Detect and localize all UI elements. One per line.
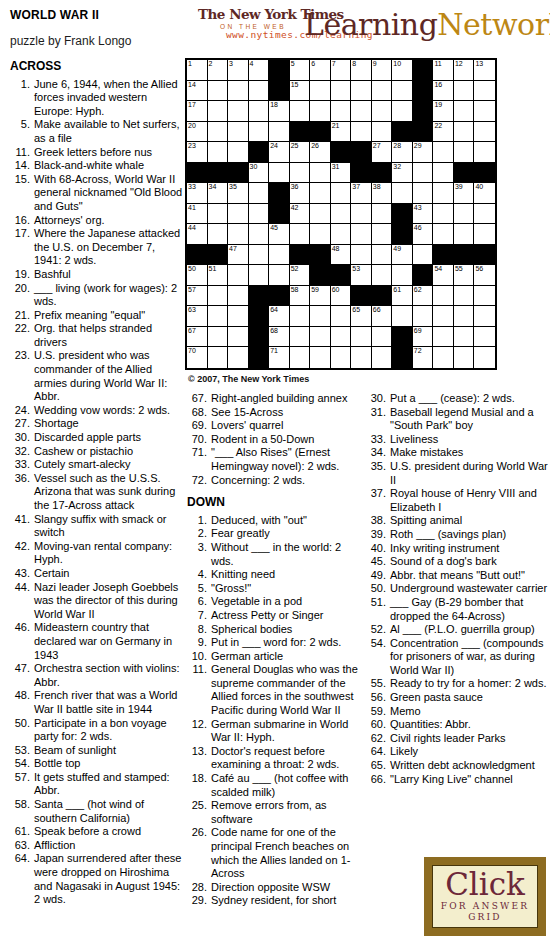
cell-number-34: 34 (209, 183, 217, 191)
black-cell-r4c6 (290, 122, 311, 143)
black-cell-r4c12 (413, 122, 434, 143)
grid-cell-r5c11: 28 (392, 142, 413, 163)
grid-cell-r2c4 (249, 81, 270, 102)
cell-number-49: 49 (393, 245, 401, 253)
clue-down-38: 38.Spitting animal (366, 514, 548, 528)
clue-number: 55. (366, 677, 390, 691)
grid-cell-r3c4 (249, 101, 270, 122)
grid-cell-r2c9 (351, 81, 372, 102)
grid-cell-r2c2 (208, 81, 229, 102)
grid-cell-r3c14 (454, 101, 475, 122)
clue-text: Shortage (34, 417, 183, 431)
clue-text: Vegetable in a pod (211, 595, 365, 609)
clue-text: Speak before a crowd (34, 825, 183, 839)
clue-down-11: 11.General Douglas who was the supreme c… (187, 663, 365, 717)
cell-number-13: 13 (475, 60, 483, 68)
clue-text: Underground wastewater carrier (390, 582, 548, 596)
clue-down-59: 59.Memo (366, 705, 548, 719)
cell-number-4: 4 (250, 60, 254, 68)
clue-text: "___ Also Rises" (Ernest Hemingway novel… (211, 446, 365, 473)
clue-number: 18. (187, 772, 211, 786)
grid-cell-r4c4 (249, 122, 270, 143)
grid-cell-r9c10 (372, 224, 393, 245)
clue-text: German article (211, 650, 365, 664)
across-clues-column: ACROSS 1.June 6, 1944, when the Allied f… (10, 60, 183, 907)
nyt-on-the-web-mark: The New York Times ON THE WEB (198, 6, 308, 30)
clue-number: 70. (187, 433, 211, 447)
grid-cell-r9c13 (433, 224, 454, 245)
clue-down-65: 65.Written debt acknowledgment (366, 759, 548, 773)
clue-number: 9. (187, 636, 211, 650)
clue-number: 12. (187, 718, 211, 732)
clue-down-26: 26.Code name for one of the principal Fr… (187, 826, 365, 880)
clue-text: It gets stuffed and stamped: Abbr. (34, 771, 183, 798)
clue-text: Black-and-white whale (34, 159, 183, 173)
grid-cell-r4c2 (208, 122, 229, 143)
cell-number-57: 57 (188, 286, 196, 294)
clue-number: 46. (10, 621, 34, 635)
grid-cell-r12c1: 57 (187, 286, 208, 307)
black-cell-r12c4 (249, 286, 270, 307)
clue-text: "Larry King Live" channel (390, 773, 548, 787)
black-cell-r10c6 (290, 245, 311, 266)
cell-number-41: 41 (188, 204, 196, 212)
clue-number: 17. (10, 227, 34, 241)
cell-number-50: 50 (188, 265, 196, 273)
grid-cell-r13c10: 66 (372, 306, 393, 327)
grid-cell-r14c14 (454, 327, 475, 348)
clue-text: Participate in a bon voyage party for: 2… (34, 717, 183, 744)
grid-cell-r3c13: 19 (433, 101, 454, 122)
grid-cell-r2c1: 14 (187, 81, 208, 102)
clue-across-36: 36.Vessel such as the U.S.S. Arizona tha… (10, 472, 183, 513)
clue-number: 34. (366, 446, 390, 460)
cell-number-25: 25 (291, 142, 299, 150)
nyt-times-logotype: The New York Times (198, 6, 308, 22)
clue-text: Make mistakes (390, 446, 548, 460)
clue-text: Rodent in a 50-Down (211, 433, 365, 447)
grid-cell-r4c8: 21 (331, 122, 352, 143)
cell-number-19: 19 (434, 101, 442, 109)
down-clue-list-2: 30.Put a ___ (cease): 2 wds.31.Baseball … (366, 392, 548, 786)
clue-number: 45. (366, 555, 390, 569)
clue-number: 11. (10, 146, 34, 160)
cell-number-51: 51 (209, 265, 217, 273)
clue-text: Concerning: 2 wds. (211, 474, 365, 488)
clue-down-12: 12.German submarine in World War II: Hyp… (187, 718, 365, 745)
cell-number-39: 39 (455, 183, 463, 191)
clue-down-50: 50.Underground wastewater carrier (366, 582, 548, 596)
clue-number: 37. (366, 487, 390, 501)
grid-cell-r5c15 (474, 142, 495, 163)
crossword-puzzle-page: WORLD WAR II puzzle by Frank Longo The N… (0, 0, 550, 940)
clue-across-11: 11.Greek letters before nus (10, 146, 183, 160)
grid-cell-r10c10 (372, 245, 393, 266)
grid-cell-r3c10 (372, 101, 393, 122)
grid-cell-r8c8 (331, 204, 352, 225)
cell-number-2: 2 (209, 60, 213, 68)
clue-number: 54. (366, 637, 390, 651)
cell-number-36: 36 (291, 183, 299, 191)
grid-cell-r5c5: 24 (269, 142, 290, 163)
cell-number-30: 30 (250, 163, 258, 171)
clue-text: Org. that helps stranded drivers (34, 322, 183, 349)
clue-text: Make available to Net surfers, as a file (34, 118, 183, 145)
black-cell-r9c11 (392, 224, 413, 245)
copyright-notice: © 2007, The New York Times (188, 374, 309, 384)
cell-number-43: 43 (414, 204, 422, 212)
grid-cell-r6c4: 30 (249, 163, 270, 184)
cell-number-56: 56 (475, 265, 483, 273)
clue-number: 57. (10, 771, 34, 785)
grid-cell-r4c10 (372, 122, 393, 143)
clue-across-16: 16.Attorneys' org. (10, 214, 183, 228)
cell-number-33: 33 (188, 183, 196, 191)
black-cell-r6c1 (187, 163, 208, 184)
clue-number: 42. (10, 540, 34, 554)
clue-number: 28. (187, 881, 211, 895)
answer-grid-button[interactable]: Click FOR ANSWER GRID (424, 857, 546, 936)
grid-cell-r13c8 (331, 306, 352, 327)
cell-number-9: 9 (373, 60, 377, 68)
clue-down-60: 60.Quantities: Abbr. (366, 718, 548, 732)
grid-cell-r15c7 (310, 347, 331, 368)
grid-cell-r6c6 (290, 163, 311, 184)
grid-cell-r7c8 (331, 183, 352, 204)
cell-number-14: 14 (188, 81, 196, 89)
grid-cell-r14c13 (433, 327, 454, 348)
grid-cell-r5c6: 25 (290, 142, 311, 163)
clue-across-63: 63.Affliction (10, 839, 183, 853)
clue-number: 21. (10, 309, 34, 323)
clue-number: 65. (366, 759, 390, 773)
clue-across-67: 67.Right-angled building annex (187, 392, 365, 406)
grid-cell-r15c2 (208, 347, 229, 368)
grid-cell-r7c1: 33 (187, 183, 208, 204)
black-cell-r11c8 (331, 265, 352, 286)
grid-cell-r9c1: 44 (187, 224, 208, 245)
clue-down-9: 9.Put in ___ word for: 2 wds. (187, 636, 365, 650)
logo-network-text: Network (437, 7, 550, 42)
cell-number-10: 10 (393, 60, 401, 68)
grid-cell-r11c14: 55 (454, 265, 475, 286)
grid-cell-r5c13 (433, 142, 454, 163)
clue-number: 50. (366, 582, 390, 596)
clue-across-17: 17.Where the Japanese attacked the U.S. … (10, 227, 183, 268)
grid-cell-r14c6 (290, 327, 311, 348)
cell-number-12: 12 (455, 60, 463, 68)
black-cell-r1c12 (413, 60, 434, 81)
clue-number: 53. (10, 744, 34, 758)
clue-across-21: 21.Prefix meaning "equal" (10, 309, 183, 323)
grid-cell-r9c6 (290, 224, 311, 245)
clue-number: 41. (10, 513, 34, 527)
clue-number: 68. (187, 406, 211, 420)
clue-text: Spherical bodies (211, 623, 365, 637)
grid-cell-r2c10 (372, 81, 393, 102)
grid-cell-r1c8: 7 (331, 60, 352, 81)
grid-cell-r3c8 (331, 101, 352, 122)
clue-across-20: 20.___ living (work for wages): 2 wds. (10, 282, 183, 309)
clue-down-35: 35.U.S. president during World War II (366, 460, 548, 487)
grid-cell-r7c10: 38 (372, 183, 393, 204)
grid-cell-r12c8: 60 (331, 286, 352, 307)
cell-number-46: 46 (414, 224, 422, 232)
clue-down-55: 55.Ready to try for a homer: 2 wds. (366, 677, 548, 691)
clue-number: 33. (366, 433, 390, 447)
grid-cell-r7c13 (433, 183, 454, 204)
clue-number: 31. (366, 406, 390, 420)
clue-number: 30. (366, 392, 390, 406)
clue-number: 40. (366, 542, 390, 556)
grid-cell-r14c2 (208, 327, 229, 348)
clue-number: 10. (187, 650, 211, 664)
clue-down-62: 62.Civil rights leader Parks (366, 732, 548, 746)
grid-cell-r1c13: 11 (433, 60, 454, 81)
grid-cell-r7c2: 34 (208, 183, 229, 204)
grid-cell-r13c5: 64 (269, 306, 290, 327)
grid-cell-r6c12 (413, 163, 434, 184)
clue-down-52: 52.Al ___ (P.L.O. guerrilla group) (366, 623, 548, 637)
grid-cell-r2c7 (310, 81, 331, 102)
cell-number-11: 11 (434, 60, 441, 68)
black-cell-r11c12 (413, 265, 434, 286)
cell-number-62: 62 (414, 286, 422, 294)
grid-cell-r11c1: 50 (187, 265, 208, 286)
grid-cell-r7c12 (413, 183, 434, 204)
grid-cell-r2c8 (331, 81, 352, 102)
clue-down-49: 49.Abbr. that means "Butt out!" (366, 569, 548, 583)
cell-number-40: 40 (475, 183, 483, 191)
grid-cell-r5c2 (208, 142, 229, 163)
black-cell-r5c4 (249, 142, 270, 163)
clue-number: 50. (10, 717, 34, 731)
grid-cell-r9c9 (351, 224, 372, 245)
down-clue-list-1: 1.Deduced, with "out"2.Fear greatly3.Wit… (187, 514, 365, 908)
clue-across-30: 30.Discarded apple parts (10, 431, 183, 445)
clue-down-45: 45.Sound of a dog's bark (366, 555, 548, 569)
grid-cell-r6c13 (433, 163, 454, 184)
grid-cell-r10c4 (249, 245, 270, 266)
black-cell-r2c5 (269, 81, 290, 102)
clue-number: 72. (187, 474, 211, 488)
clue-number: 43. (10, 567, 34, 581)
black-cell-r13c4 (249, 306, 270, 327)
cell-number-68: 68 (270, 327, 278, 335)
clue-text: Remove errors from, as software (211, 799, 365, 826)
cell-number-17: 17 (188, 101, 196, 109)
clue-text: Abbr. that means "Butt out!" (390, 569, 548, 583)
cell-number-54: 54 (434, 265, 442, 273)
grid-cell-r12c15 (474, 286, 495, 307)
clue-number: 26. (187, 826, 211, 840)
clue-across-54: 54.Bottle top (10, 757, 183, 771)
clue-across-33: 33.Cutely smart-alecky (10, 458, 183, 472)
grid-cell-r1c9: 8 (351, 60, 372, 81)
clue-across-22: 22.Org. that helps stranded drivers (10, 322, 183, 349)
grid-cell-r8c13 (433, 204, 454, 225)
clue-text: Prefix meaning "equal" (34, 309, 183, 323)
black-cell-r1c5 (269, 60, 290, 81)
clue-down-37: 37.Royal house of Henry VIII and Elizabe… (366, 487, 548, 514)
grid-cell-r11c10 (372, 265, 393, 286)
black-cell-r5c8 (331, 142, 352, 163)
grid-cell-r2c11 (392, 81, 413, 102)
grid-cell-r3c11 (392, 101, 413, 122)
grid-cell-r9c12: 46 (413, 224, 434, 245)
clue-down-2: 2.Fear greatly (187, 527, 365, 541)
grid-cell-r14c1: 67 (187, 327, 208, 348)
clue-across-53: 53.Beam of sunlight (10, 744, 183, 758)
clue-text: Without ___ in the world: 2 wds. (211, 541, 365, 568)
grid-cell-r3c9 (351, 101, 372, 122)
grid-cell-r10c3: 47 (228, 245, 249, 266)
grid-cell-r14c7 (310, 327, 331, 348)
clue-text: With 68-Across, World War II general nic… (34, 173, 183, 214)
grid-cell-r1c4: 4 (249, 60, 270, 81)
clue-number: 11. (187, 663, 211, 677)
black-cell-r15c11 (392, 347, 413, 368)
grid-cell-r15c8 (331, 347, 352, 368)
cell-number-66: 66 (373, 306, 381, 314)
clue-text: Orchestra section with violins: Abbr. (34, 662, 183, 689)
grid-cell-r8c2 (208, 204, 229, 225)
grid-cell-r15c12: 72 (413, 347, 434, 368)
clue-across-61: 61.Speak before a crowd (10, 825, 183, 839)
clue-across-44: 44.Nazi leader Joseph Goebbels was the d… (10, 581, 183, 622)
grid-cell-r5c10: 27 (372, 142, 393, 163)
cell-number-42: 42 (291, 204, 299, 212)
grid-cell-r15c3 (228, 347, 249, 368)
grid-cell-r6c5 (269, 163, 290, 184)
cell-number-38: 38 (373, 183, 381, 191)
crossword-grid: 1234567891011121314151617181920212223242… (185, 58, 497, 370)
grid-cell-r11c4 (249, 265, 270, 286)
grid-cell-r3c6 (290, 101, 311, 122)
clue-text: Doctor's request before examining a thro… (211, 745, 365, 772)
clue-text: Slangy suffix with smack or switch (34, 513, 183, 540)
black-cell-r12c5 (269, 286, 290, 307)
clue-text: Fear greatly (211, 527, 365, 541)
grid-cell-r15c14 (454, 347, 475, 368)
clue-down-8: 8.Spherical bodies (187, 623, 365, 637)
cell-number-27: 27 (373, 142, 381, 150)
grid-cell-r11c9: 53 (351, 265, 372, 286)
grid-cell-r6c8: 31 (331, 163, 352, 184)
cell-number-16: 16 (434, 81, 442, 89)
grid-cell-r10c9 (351, 245, 372, 266)
grid-cell-r12c13 (433, 286, 454, 307)
clue-number: 64. (366, 745, 390, 759)
clue-text: "Gross!" (211, 582, 365, 596)
clue-number: 60. (366, 718, 390, 732)
grid-cell-r3c7 (310, 101, 331, 122)
grid-cell-r10c12 (413, 245, 434, 266)
grid-cell-r7c15: 40 (474, 183, 495, 204)
grid-cell-r10c5 (269, 245, 290, 266)
clue-down-54: 54.Concentration ___ (compounds for pris… (366, 637, 548, 678)
clue-text: Quantities: Abbr. (390, 718, 548, 732)
grid-cell-r13c6 (290, 306, 311, 327)
grid-cell-r13c7 (310, 306, 331, 327)
clue-number: 2. (187, 527, 211, 541)
grid-cell-r13c12 (413, 306, 434, 327)
cell-number-32: 32 (393, 163, 401, 171)
black-cell-r12c9 (351, 286, 372, 307)
clue-number: 1. (10, 78, 34, 92)
answer-button-for-answer-text: FOR ANSWER (433, 901, 537, 912)
black-cell-r2c12 (413, 81, 434, 102)
cell-number-31: 31 (332, 163, 340, 171)
grid-cell-r4c5 (269, 122, 290, 143)
cell-number-52: 52 (291, 265, 299, 273)
clue-down-18: 18.Café au ___ (hot coffee with scalded … (187, 772, 365, 799)
clue-number: 51. (366, 596, 390, 610)
clue-text: Liveliness (390, 433, 548, 447)
cell-number-28: 28 (393, 142, 401, 150)
clue-text: Deduced, with "out" (211, 514, 365, 528)
clue-text: Green pasta sauce (390, 691, 548, 705)
clue-number: 29. (187, 894, 211, 908)
clue-down-30: 30.Put a ___ (cease): 2 wds. (366, 392, 548, 406)
clue-number: 67. (187, 392, 211, 406)
grid-cell-r8c14 (454, 204, 475, 225)
cell-number-53: 53 (352, 265, 360, 273)
grid-cell-r11c6: 52 (290, 265, 311, 286)
clue-text: Likely (390, 745, 548, 759)
down-heading: DOWN (187, 496, 365, 510)
across-heading: ACROSS (10, 60, 183, 74)
clue-text: Wedding vow words: 2 wds. (34, 404, 183, 418)
clue-text: June 6, 1944, when the Allied forces inv… (34, 78, 183, 119)
cell-number-47: 47 (229, 245, 237, 253)
cell-number-71: 71 (270, 347, 278, 355)
clue-number: 16. (10, 214, 34, 228)
grid-cell-r13c14 (454, 306, 475, 327)
grid-cell-r13c2 (208, 306, 229, 327)
grid-cell-r4c3 (228, 122, 249, 143)
clue-text: Knitting need (211, 568, 365, 582)
clue-across-5: 5.Make available to Net surfers, as a fi… (10, 118, 183, 145)
clue-text: Actress Petty or Singer (211, 609, 365, 623)
grid-cell-r3c1: 17 (187, 101, 208, 122)
black-cell-r10c15 (474, 245, 495, 266)
clue-text: Affliction (34, 839, 183, 853)
clue-text: U.S. president who was commander of the … (34, 349, 183, 403)
grid-cell-r12c7: 59 (310, 286, 331, 307)
grid-cell-r15c15 (474, 347, 495, 368)
clue-across-14: 14.Black-and-white whale (10, 159, 183, 173)
cell-number-59: 59 (311, 286, 319, 294)
grid-cell-r12c6: 58 (290, 286, 311, 307)
clue-text: Santa ___ (hot wind of southern Californ… (34, 798, 183, 825)
clue-text: U.S. president during World War II (390, 460, 548, 487)
clue-down-29: 29.Sydney resident, for short (187, 894, 365, 908)
clue-number: 54. (10, 757, 34, 771)
clue-text: Bottle top (34, 757, 183, 771)
cell-number-26: 26 (311, 142, 319, 150)
grid-cell-r13c15 (474, 306, 495, 327)
cell-number-63: 63 (188, 306, 196, 314)
clue-number: 5. (187, 582, 211, 596)
clue-down-64: 64.Likely (366, 745, 548, 759)
clue-number: 19. (10, 268, 34, 282)
clue-number: 69. (187, 419, 211, 433)
clue-number: 4. (187, 568, 211, 582)
black-cell-r6c10 (372, 163, 393, 184)
clue-number: 15. (10, 173, 34, 187)
grid-cell-r12c2 (208, 286, 229, 307)
